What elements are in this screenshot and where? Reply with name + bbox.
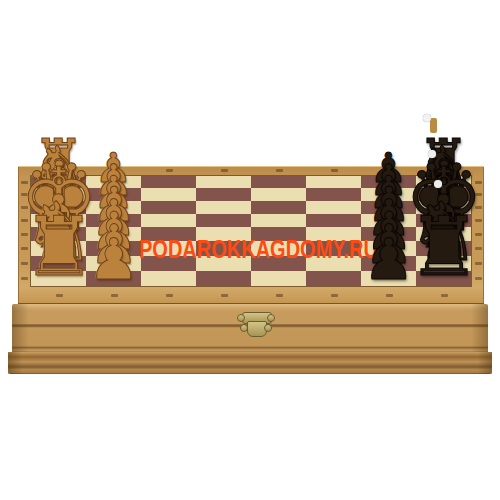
sticker-dot bbox=[423, 114, 431, 122]
chess-set-photo: ♜♞♝♛♚♝♞♜♟♟♟♟♟♟♟♟♟♟♟♟♟♟♟♟♜♞♝♛♚♝♞♜ PODAROK… bbox=[0, 0, 500, 500]
black-king-finial bbox=[430, 118, 437, 133]
sticker-dot bbox=[434, 180, 442, 188]
sticker-dot bbox=[428, 150, 436, 158]
piece-black-pawn-h7[interactable]: ♟ bbox=[360, 231, 417, 288]
piece-white-rook-h1[interactable]: ♜ bbox=[18, 206, 100, 288]
pieces-layer: ♜♞♝♛♚♝♞♜♟♟♟♟♟♟♟♟♟♟♟♟♟♟♟♟♜♞♝♛♚♝♞♜ bbox=[0, 0, 500, 500]
